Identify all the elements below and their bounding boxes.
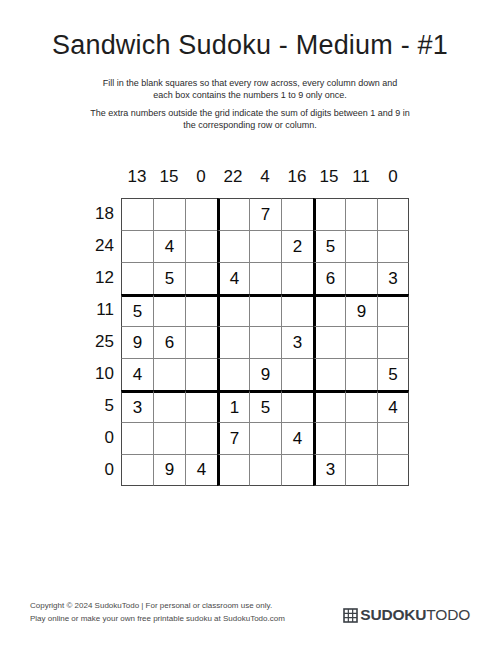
- cell-r6c2[interactable]: [153, 358, 185, 390]
- cell-r9c5[interactable]: [249, 454, 281, 486]
- cell-r4c8[interactable]: 9: [345, 294, 377, 326]
- row-clue-3: 12: [91, 262, 121, 294]
- cell-r8c9[interactable]: [377, 422, 409, 454]
- cell-r7c7[interactable]: [313, 390, 345, 422]
- cell-r5c1[interactable]: 9: [121, 326, 153, 358]
- cell-r6c3[interactable]: [185, 358, 217, 390]
- col-clue-6: 16: [281, 168, 313, 198]
- cell-r3c1[interactable]: [121, 262, 153, 294]
- cell-r2c4[interactable]: [217, 230, 249, 262]
- cell-r1c7[interactable]: [313, 198, 345, 230]
- board-corner: [91, 168, 121, 198]
- cell-r2c3[interactable]: [185, 230, 217, 262]
- cell-r7c3[interactable]: [185, 390, 217, 422]
- instructions-sandwich: The extra numbers outside the grid indic…: [50, 108, 450, 131]
- col-clue-1: 13: [121, 168, 153, 198]
- row-clue-5: 25: [91, 326, 121, 358]
- cell-r5c9[interactable]: [377, 326, 409, 358]
- cell-r4c5[interactable]: [249, 294, 281, 326]
- cell-r9c4[interactable]: [217, 454, 249, 486]
- cell-r2c9[interactable]: [377, 230, 409, 262]
- cell-r7c6[interactable]: [281, 390, 313, 422]
- cell-r7c2[interactable]: [153, 390, 185, 422]
- cell-r1c8[interactable]: [345, 198, 377, 230]
- cell-r4c2[interactable]: [153, 294, 185, 326]
- cell-r1c5[interactable]: 7: [249, 198, 281, 230]
- cell-r9c6[interactable]: [281, 454, 313, 486]
- cell-r3c6[interactable]: [281, 262, 313, 294]
- cell-r6c8[interactable]: [345, 358, 377, 390]
- cell-r9c1[interactable]: [121, 454, 153, 486]
- cell-r2c5[interactable]: [249, 230, 281, 262]
- cell-r2c2[interactable]: 4: [153, 230, 185, 262]
- instructions-rules: Fill in the blank squares so that every …: [50, 78, 450, 101]
- col-clue-4: 22: [217, 168, 249, 198]
- cell-r9c2[interactable]: 9: [153, 454, 185, 486]
- cell-r8c8[interactable]: [345, 422, 377, 454]
- cell-r4c3[interactable]: [185, 294, 217, 326]
- cell-r1c9[interactable]: [377, 198, 409, 230]
- col-clue-8: 11: [345, 168, 377, 198]
- cell-r3c5[interactable]: [249, 262, 281, 294]
- cell-r7c4[interactable]: 1: [217, 390, 249, 422]
- copyright-line: Copyright © 2024 SudokuTodo | For person…: [30, 600, 285, 613]
- cell-r1c2[interactable]: [153, 198, 185, 230]
- cell-r7c8[interactable]: [345, 390, 377, 422]
- cell-r7c9[interactable]: 4: [377, 390, 409, 422]
- row-clue-7: 5: [91, 390, 121, 422]
- grid-icon: [343, 608, 360, 623]
- cell-r4c6[interactable]: [281, 294, 313, 326]
- page-title: Sandwich Sudoku - Medium - #1: [0, 0, 500, 61]
- cell-r4c1[interactable]: 5: [121, 294, 153, 326]
- cell-r5c4[interactable]: [217, 326, 249, 358]
- cell-r6c9[interactable]: 5: [377, 358, 409, 390]
- instructions-rules-line2: each box contains the numbers 1 to 9 onl…: [50, 90, 450, 102]
- row-clue-9: 0: [91, 454, 121, 486]
- cell-r4c7[interactable]: [313, 294, 345, 326]
- row-clue-4: 11: [91, 294, 121, 326]
- row-clue-2: 24: [91, 230, 121, 262]
- page: Sandwich Sudoku - Medium - #1 Fill in th…: [0, 0, 500, 647]
- cell-r2c7[interactable]: 5: [313, 230, 345, 262]
- cell-r7c5[interactable]: 5: [249, 390, 281, 422]
- cell-r4c9[interactable]: [377, 294, 409, 326]
- cell-r1c4[interactable]: [217, 198, 249, 230]
- cell-r6c5[interactable]: 9: [249, 358, 281, 390]
- cell-r8c2[interactable]: [153, 422, 185, 454]
- cell-r2c1[interactable]: [121, 230, 153, 262]
- cell-r3c7[interactable]: 6: [313, 262, 345, 294]
- col-clue-7: 15: [313, 168, 345, 198]
- cell-r4c4[interactable]: [217, 294, 249, 326]
- cell-r6c4[interactable]: [217, 358, 249, 390]
- col-clue-5: 4: [249, 168, 281, 198]
- cell-r3c3[interactable]: [185, 262, 217, 294]
- sudokutodo-logo: SUDOKUTODO: [343, 606, 470, 624]
- row-clue-6: 10: [91, 358, 121, 390]
- sudoku-board: 1315022416151101872442512546311592596310…: [91, 168, 500, 486]
- cell-r9c3[interactable]: 4: [185, 454, 217, 486]
- cell-r1c3[interactable]: [185, 198, 217, 230]
- cell-r1c6[interactable]: [281, 198, 313, 230]
- row-clue-1: 18: [91, 198, 121, 230]
- cell-r5c3[interactable]: [185, 326, 217, 358]
- cell-r2c8[interactable]: [345, 230, 377, 262]
- cell-r3c8[interactable]: [345, 262, 377, 294]
- cell-r8c3[interactable]: [185, 422, 217, 454]
- cell-r5c5[interactable]: [249, 326, 281, 358]
- cell-r6c1[interactable]: 4: [121, 358, 153, 390]
- col-clue-2: 15: [153, 168, 185, 198]
- promo-line: Play online or make your own free printa…: [30, 613, 285, 626]
- instructions-sandwich-line1: The extra numbers outside the grid indic…: [50, 108, 450, 120]
- cell-r9c7[interactable]: 3: [313, 454, 345, 486]
- col-clue-3: 0: [185, 168, 217, 198]
- cell-r8c7[interactable]: [313, 422, 345, 454]
- cell-r3c9[interactable]: 3: [377, 262, 409, 294]
- cell-r5c2[interactable]: 6: [153, 326, 185, 358]
- cell-r8c4[interactable]: 7: [217, 422, 249, 454]
- col-clue-9: 0: [377, 168, 409, 198]
- cell-r8c5[interactable]: [249, 422, 281, 454]
- cell-r5c7[interactable]: [313, 326, 345, 358]
- cell-r3c4[interactable]: 4: [217, 262, 249, 294]
- cell-r5c6[interactable]: 3: [281, 326, 313, 358]
- cell-r9c8[interactable]: [345, 454, 377, 486]
- row-clue-8: 0: [91, 422, 121, 454]
- cell-r5c8[interactable]: [345, 326, 377, 358]
- cell-r2c6[interactable]: 2: [281, 230, 313, 262]
- logo-text-light: TODO: [426, 606, 470, 624]
- cell-r1c1[interactable]: [121, 198, 153, 230]
- logo-text-bold: SUDOKU: [360, 606, 426, 624]
- cell-r7c1[interactable]: 3: [121, 390, 153, 422]
- instructions-sandwich-line2: the corresponding row or column.: [50, 120, 450, 132]
- cell-r8c6[interactable]: 4: [281, 422, 313, 454]
- cell-r6c7[interactable]: [313, 358, 345, 390]
- footer-text: Copyright © 2024 SudokuTodo | For person…: [30, 600, 285, 625]
- instructions-rules-line1: Fill in the blank squares so that every …: [50, 78, 450, 90]
- cell-r6c6[interactable]: [281, 358, 313, 390]
- cell-r9c9[interactable]: [377, 454, 409, 486]
- cell-r3c2[interactable]: 5: [153, 262, 185, 294]
- cell-r8c1[interactable]: [121, 422, 153, 454]
